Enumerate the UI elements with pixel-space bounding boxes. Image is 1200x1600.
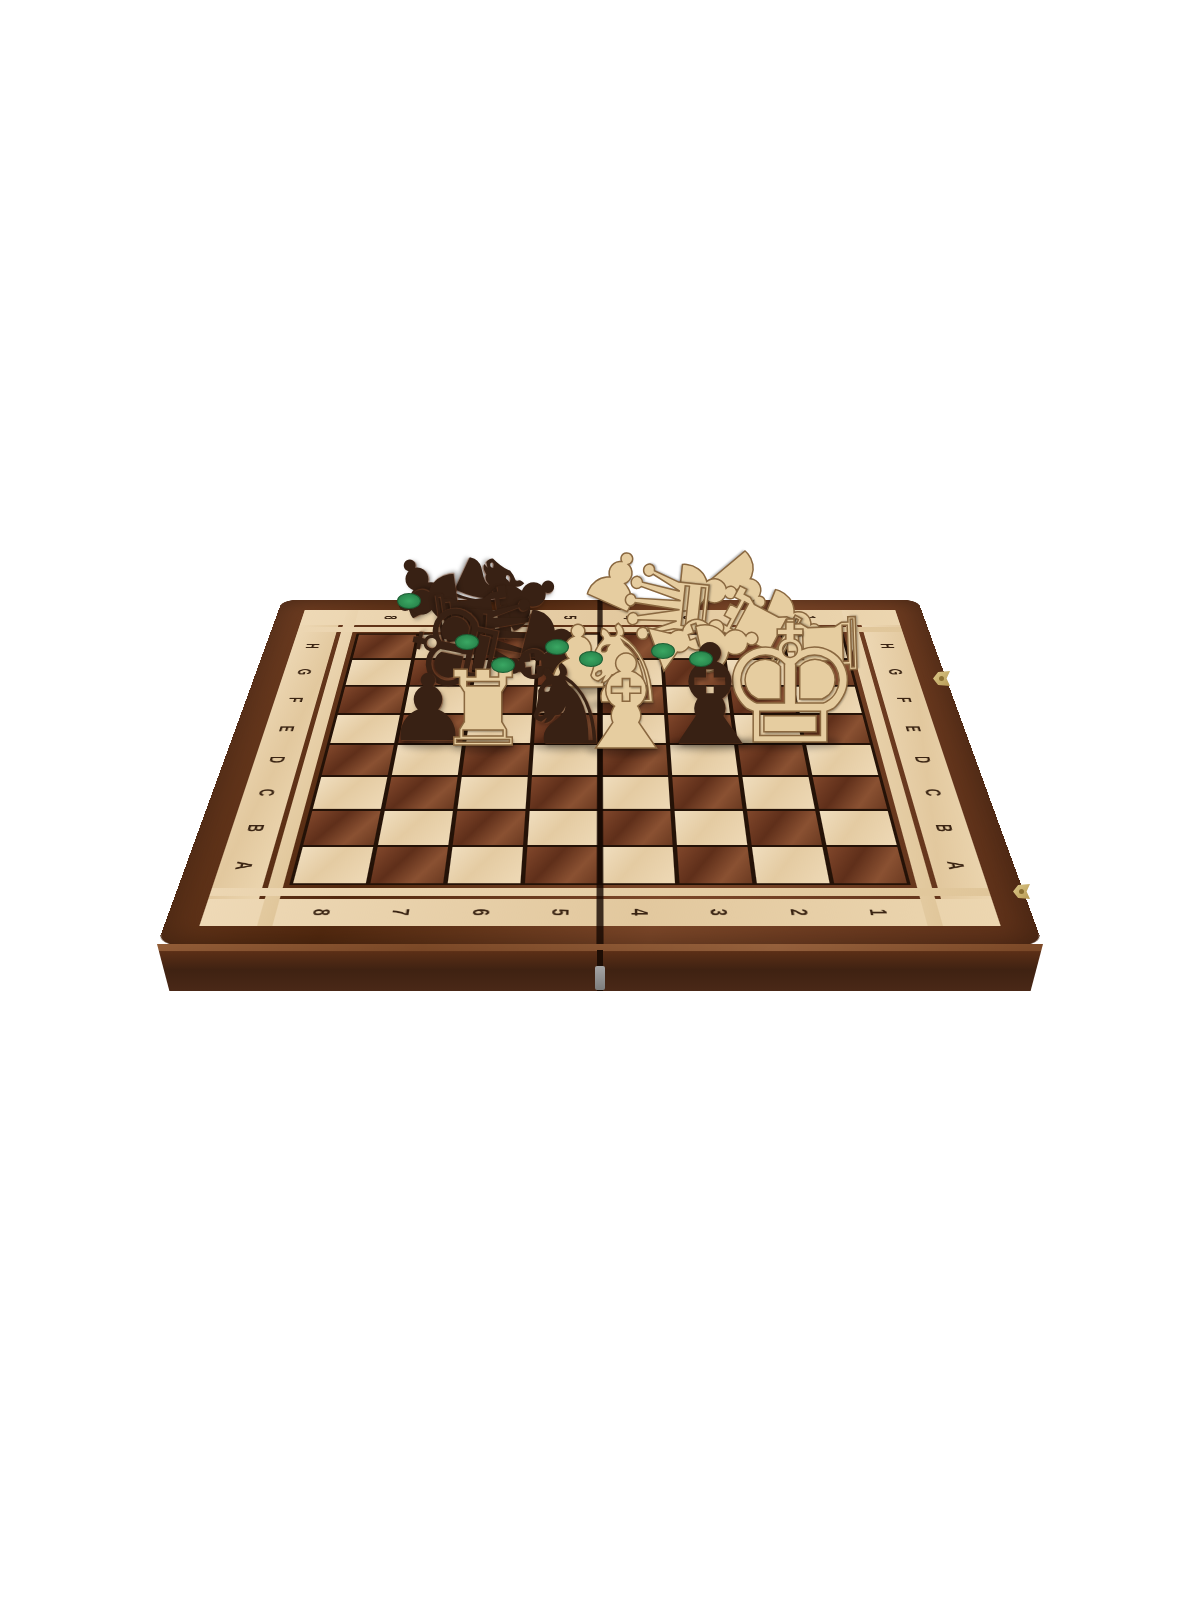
coord-near-1: 1 [866, 909, 891, 916]
square-c1 [813, 777, 888, 809]
square-b1 [819, 811, 896, 845]
clasp-hole-icon [1019, 889, 1024, 894]
coord-near-6: 6 [469, 909, 493, 916]
coord-right-B: B [932, 824, 956, 832]
coord-left-C: C [255, 789, 278, 796]
square-b7 [378, 811, 453, 845]
square-b6 [453, 811, 526, 845]
felt-base-icon [545, 639, 569, 655]
brass-clasp-hook-lower [1013, 884, 1030, 899]
square-c5 [530, 777, 598, 809]
square-a2 [752, 847, 830, 883]
coord-right-C: C [922, 789, 945, 796]
piece-light-rook-standing: ♜ [431, 657, 535, 761]
square-c7 [385, 777, 457, 809]
coord-right-E: E [903, 726, 925, 732]
board-front-edge [157, 944, 1043, 991]
coord-left-H: H [303, 643, 323, 648]
felt-base-icon [651, 643, 675, 659]
felt-base-icon [491, 657, 515, 673]
coord-left-F: F [285, 697, 306, 702]
coord-left-E: E [276, 726, 298, 732]
square-a4 [602, 847, 675, 883]
hinge-icon [595, 966, 605, 990]
felt-base-icon [689, 651, 713, 667]
square-c4 [602, 777, 670, 809]
coord-near-3: 3 [707, 909, 731, 916]
square-c6 [457, 777, 527, 809]
coord-right-A: A [943, 861, 968, 869]
felt-base-icon [579, 651, 603, 667]
coord-near-2: 2 [787, 909, 811, 916]
coord-left-D: D [266, 756, 288, 763]
square-a7 [370, 847, 448, 883]
square-b4 [602, 811, 672, 845]
square-c8 [313, 777, 388, 809]
square-b8 [303, 811, 380, 845]
coord-right-D: D [912, 756, 934, 763]
coord-left-B: B [244, 824, 268, 832]
coord-right-H: H [878, 643, 898, 648]
square-b2 [747, 811, 822, 845]
square-a6 [448, 847, 523, 883]
square-a5 [525, 847, 598, 883]
coord-near-7: 7 [389, 909, 413, 916]
coord-near-5: 5 [548, 909, 572, 916]
square-a8 [293, 847, 373, 883]
square-c2 [742, 777, 814, 809]
square-a1 [827, 847, 907, 883]
coord-near-4: 4 [628, 909, 652, 916]
coord-right-G: G [885, 669, 905, 675]
square-a3 [677, 847, 752, 883]
coord-right-F: F [894, 697, 915, 702]
coord-near-8: 8 [309, 909, 334, 916]
brass-clasp-hook-upper [933, 671, 950, 686]
felt-base-icon [397, 593, 421, 609]
coord-left-G: G [294, 669, 314, 675]
clasp-hole-icon [939, 676, 944, 681]
felt-base-icon [455, 634, 479, 650]
square-c3 [672, 777, 742, 809]
coord-left-A: A [232, 861, 257, 869]
square-b3 [675, 811, 748, 845]
square-b5 [527, 811, 597, 845]
product-photo-scene: HHGGFFEEDDCCBBAA8877665544332211 ♟♟♞♟♟♟♟… [0, 0, 1200, 1600]
